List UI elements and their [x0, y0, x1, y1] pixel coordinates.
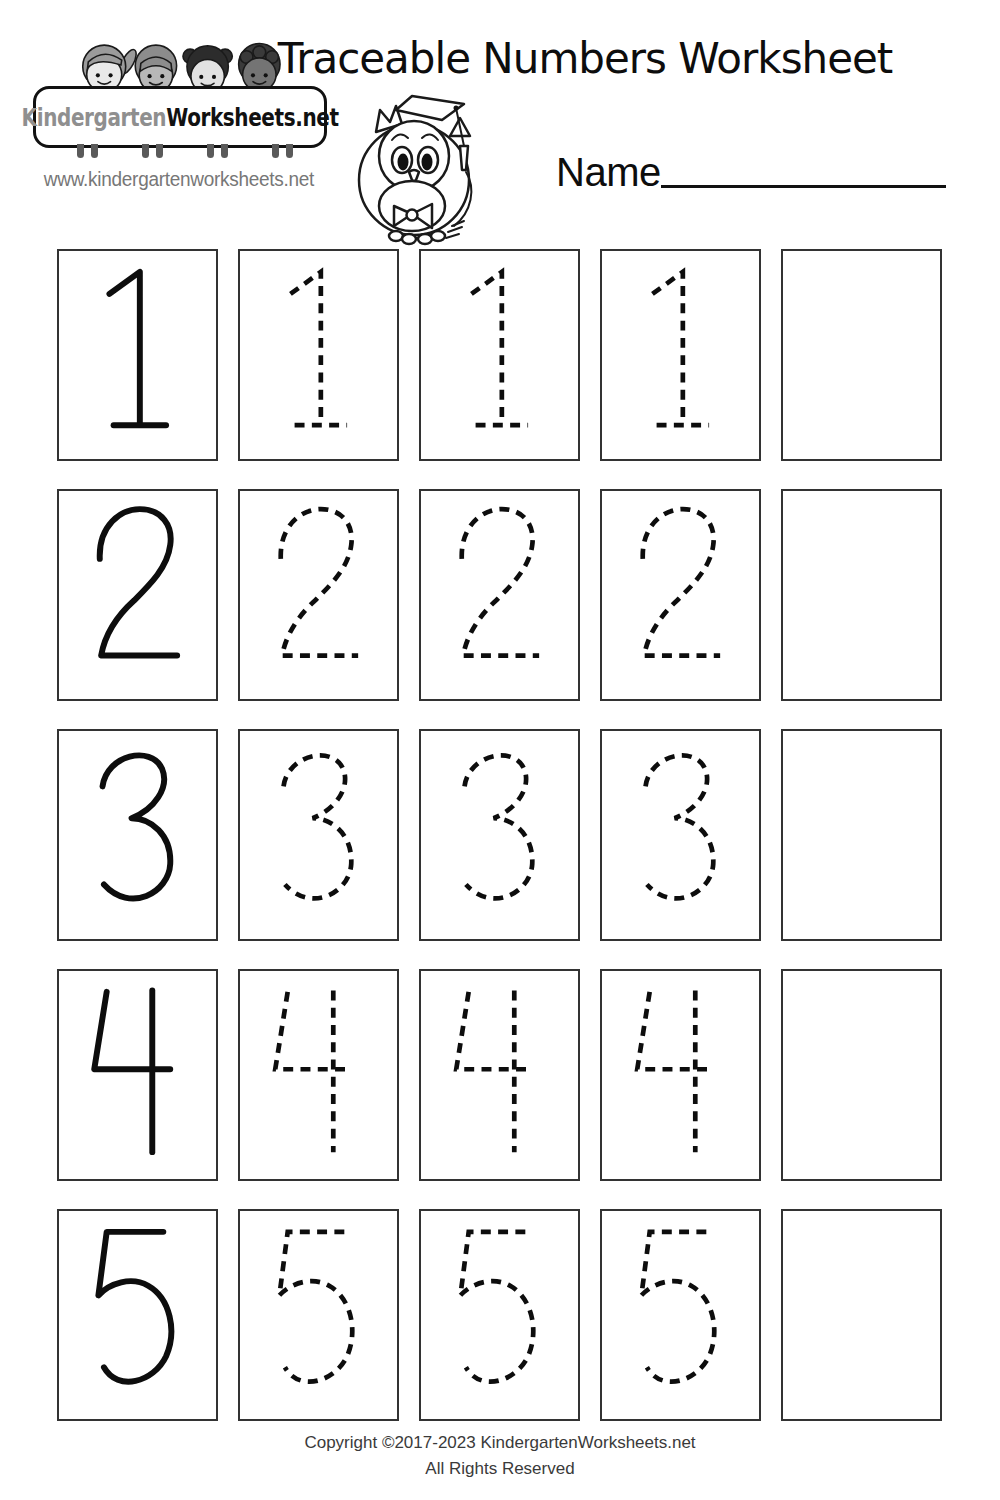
cell-r1c5-blank-practice-box [781, 249, 942, 461]
owl-belly [379, 181, 445, 231]
brand-sign: KindergartenWorksheets.net [33, 86, 327, 148]
cell-r5c3-trace-numeral-5 [419, 1209, 580, 1421]
footer-copyright: Copyright ©2017-2023 KindergartenWorkshe… [0, 1430, 1000, 1456]
cell-r5c1-solid-numeral-5 [57, 1209, 218, 1421]
dashed-traceable-numeral-4 [249, 977, 387, 1173]
cell-r5c2-trace-numeral-5 [238, 1209, 399, 1421]
cell-r4c5-blank-practice-box [781, 969, 942, 1181]
footer: Copyright ©2017-2023 KindergartenWorkshe… [0, 1430, 1000, 1482]
cell-r1c4-trace-numeral-1 [600, 249, 761, 461]
cell-r4c2-trace-numeral-4 [238, 969, 399, 1181]
cell-r1c3-trace-numeral-1 [419, 249, 580, 461]
name-label: Name [556, 150, 661, 195]
owl-left-eye [398, 154, 409, 171]
dashed-traceable-numeral-5 [430, 1217, 568, 1413]
kids-dangling-feet [33, 144, 321, 160]
solid-numeral-2 [68, 497, 206, 693]
dashed-traceable-numeral-5 [611, 1217, 749, 1413]
brand-text: KindergartenWorksheets.net [22, 103, 339, 132]
dashed-traceable-numeral-3 [430, 737, 568, 933]
footer-rights: All Rights Reserved [0, 1456, 1000, 1482]
cell-r4c3-trace-numeral-4 [419, 969, 580, 1181]
dashed-traceable-numeral-4 [430, 977, 568, 1173]
cell-r2c5-blank-practice-box [781, 489, 942, 701]
solid-numeral-4 [68, 977, 206, 1173]
page-title: Traceable Numbers Worksheet [235, 34, 935, 83]
cell-r5c4-trace-numeral-5 [600, 1209, 761, 1421]
solid-numeral-3 [68, 737, 206, 933]
cell-r2c4-trace-numeral-2 [600, 489, 761, 701]
graduate-owl-icon [348, 80, 488, 254]
solid-numeral-1 [68, 257, 206, 453]
dashed-traceable-numeral-3 [249, 737, 387, 933]
cell-r1c1-solid-numeral-1 [57, 249, 218, 461]
dashed-traceable-numeral-1 [611, 257, 749, 453]
cell-r3c4-trace-numeral-3 [600, 729, 761, 941]
cell-r5c5-blank-practice-box [781, 1209, 942, 1421]
dashed-traceable-numeral-1 [249, 257, 387, 453]
dashed-traceable-numeral-5 [249, 1217, 387, 1413]
brand-text-worksheets: Worksheets.net [166, 103, 338, 132]
cell-r2c3-trace-numeral-2 [419, 489, 580, 701]
dashed-traceable-numeral-2 [430, 497, 568, 693]
worksheet-page: KindergartenWorksheets.net www.kindergar… [0, 0, 1000, 1500]
owl-beak [409, 170, 419, 181]
dashed-traceable-numeral-4 [611, 977, 749, 1173]
cell-r3c5-blank-practice-box [781, 729, 942, 941]
cell-r4c1-solid-numeral-4 [57, 969, 218, 1181]
dashed-traceable-numeral-1 [430, 257, 568, 453]
cell-r3c3-trace-numeral-3 [419, 729, 580, 941]
owl-bowtie-knot [407, 210, 418, 221]
cell-r3c1-solid-numeral-3 [57, 729, 218, 941]
owl-tassel [460, 146, 468, 170]
solid-numeral-5 [68, 1217, 206, 1413]
cell-r4c4-trace-numeral-4 [600, 969, 761, 1181]
tracing-grid [57, 249, 942, 1421]
owl-right-eye [422, 154, 433, 171]
owl-foot [431, 231, 445, 241]
dashed-traceable-numeral-2 [611, 497, 749, 693]
brand-text-kindergarten: Kindergarten [22, 103, 167, 132]
name-field: Name [556, 150, 946, 195]
owl-foot [402, 234, 416, 244]
name-blank-line [661, 185, 946, 188]
cell-r2c2-trace-numeral-2 [238, 489, 399, 701]
dashed-traceable-numeral-2 [249, 497, 387, 693]
cell-r1c2-trace-numeral-1 [238, 249, 399, 461]
site-url: www.kindergartenworksheets.net [40, 168, 317, 191]
dashed-traceable-numeral-3 [611, 737, 749, 933]
cell-r2c1-solid-numeral-2 [57, 489, 218, 701]
cell-r3c2-trace-numeral-3 [238, 729, 399, 941]
